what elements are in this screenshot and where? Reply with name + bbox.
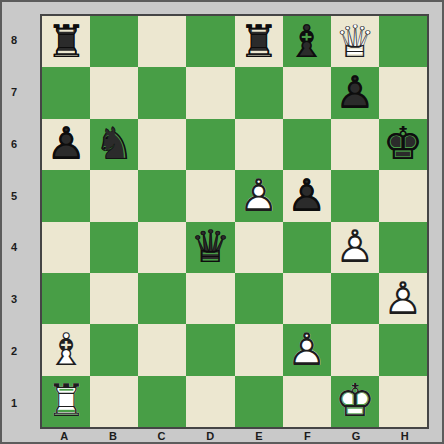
white-pawn-e5[interactable]: ♟♙ (235, 170, 283, 221)
file-label-e: E (235, 428, 284, 444)
piece-outline: ♙ (335, 70, 375, 115)
square-g7[interactable]: ♟♙ (331, 67, 379, 118)
black-pawn-g7[interactable]: ♟♙ (331, 67, 379, 118)
square-b2[interactable] (90, 324, 138, 375)
square-h5[interactable] (379, 170, 427, 221)
black-pawn-a6[interactable]: ♟♙ (42, 119, 90, 170)
square-c3[interactable] (138, 273, 186, 324)
square-b3[interactable] (90, 273, 138, 324)
rank-labels: 87654321 (2, 14, 40, 429)
square-a8[interactable]: ♜♖ (42, 16, 90, 67)
square-c8[interactable] (138, 16, 186, 67)
white-queen-g8[interactable]: ♛♕ (331, 16, 379, 67)
square-g4[interactable]: ♟♙ (331, 222, 379, 273)
rank-label-2: 2 (2, 325, 26, 377)
file-label-g: G (332, 428, 381, 444)
file-label-a: A (40, 428, 89, 444)
square-d1[interactable] (186, 376, 234, 427)
piece-outline: ♙ (238, 172, 278, 217)
piece-outline: ♕ (190, 224, 230, 269)
black-king-h6[interactable]: ♚♔ (379, 119, 427, 170)
square-a1[interactable]: ♜♖ (42, 376, 90, 427)
file-label-h: H (380, 428, 429, 444)
file-label-f: F (283, 428, 332, 444)
square-c6[interactable] (138, 119, 186, 170)
square-d3[interactable] (186, 273, 234, 324)
square-d7[interactable] (186, 67, 234, 118)
file-labels: ABCDEFGH (40, 428, 429, 444)
piece-outline: ♙ (287, 327, 327, 372)
piece-outline: ♙ (335, 224, 375, 269)
piece-outline: ♕ (335, 18, 375, 63)
chess-board-window: 87654321 ABCDEFGH ♜♖♜♖♝♗♛♕♟♙♟♙♞♘♚♔♟♙♟♙♛♕… (0, 0, 444, 444)
white-bishop-a2[interactable]: ♝♗ (42, 324, 90, 375)
square-d2[interactable] (186, 324, 234, 375)
white-pawn-f2[interactable]: ♟♙ (283, 324, 331, 375)
square-f5[interactable]: ♟♙ (283, 170, 331, 221)
square-e4[interactable] (235, 222, 283, 273)
piece-outline: ♘ (94, 121, 134, 166)
square-c2[interactable] (138, 324, 186, 375)
piece-outline: ♔ (383, 121, 423, 166)
piece-outline: ♖ (46, 18, 86, 63)
white-king-g1[interactable]: ♚♔ (331, 376, 379, 427)
square-a5[interactable] (42, 170, 90, 221)
square-e6[interactable] (235, 119, 283, 170)
square-h3[interactable]: ♟♙ (379, 273, 427, 324)
square-g1[interactable]: ♚♔ (331, 376, 379, 427)
square-h7[interactable] (379, 67, 427, 118)
square-g3[interactable] (331, 273, 379, 324)
square-b6[interactable]: ♞♘ (90, 119, 138, 170)
square-f4[interactable] (283, 222, 331, 273)
piece-outline: ♙ (46, 121, 86, 166)
piece-outline: ♖ (238, 18, 278, 63)
square-a7[interactable] (42, 67, 90, 118)
square-f7[interactable] (283, 67, 331, 118)
square-e7[interactable] (235, 67, 283, 118)
rank-label-1: 1 (2, 377, 26, 429)
square-f6[interactable] (283, 119, 331, 170)
piece-outline: ♗ (46, 327, 86, 372)
square-d8[interactable] (186, 16, 234, 67)
square-d4[interactable]: ♛♕ (186, 222, 234, 273)
rank-label-5: 5 (2, 170, 26, 222)
file-label-d: D (186, 428, 235, 444)
black-rook-e8[interactable]: ♜♖ (235, 16, 283, 67)
square-c5[interactable] (138, 170, 186, 221)
square-g5[interactable] (331, 170, 379, 221)
square-c7[interactable] (138, 67, 186, 118)
square-b4[interactable] (90, 222, 138, 273)
square-a3[interactable] (42, 273, 90, 324)
square-d5[interactable] (186, 170, 234, 221)
black-rook-a8[interactable]: ♜♖ (42, 16, 90, 67)
black-pawn-f5[interactable]: ♟♙ (283, 170, 331, 221)
square-b1[interactable] (90, 376, 138, 427)
black-queen-d4[interactable]: ♛♕ (186, 222, 234, 273)
square-b8[interactable] (90, 16, 138, 67)
rank-label-7: 7 (2, 66, 26, 118)
file-label-b: B (89, 428, 138, 444)
square-e8[interactable]: ♜♖ (235, 16, 283, 67)
square-f8[interactable]: ♝♗ (283, 16, 331, 67)
square-c4[interactable] (138, 222, 186, 273)
square-h8[interactable] (379, 16, 427, 67)
piece-outline: ♙ (383, 275, 423, 320)
square-e1[interactable] (235, 376, 283, 427)
square-e2[interactable] (235, 324, 283, 375)
piece-outline: ♖ (46, 378, 86, 423)
white-pawn-h3[interactable]: ♟♙ (379, 273, 427, 324)
piece-outline: ♗ (287, 18, 327, 63)
square-e5[interactable]: ♟♙ (235, 170, 283, 221)
piece-outline: ♙ (287, 172, 327, 217)
black-knight-b6[interactable]: ♞♘ (90, 119, 138, 170)
rank-label-3: 3 (2, 273, 26, 325)
square-c1[interactable] (138, 376, 186, 427)
square-h1[interactable] (379, 376, 427, 427)
file-label-c: C (137, 428, 186, 444)
square-d6[interactable] (186, 119, 234, 170)
square-f1[interactable] (283, 376, 331, 427)
piece-outline: ♔ (335, 378, 375, 423)
square-f2[interactable]: ♟♙ (283, 324, 331, 375)
square-g8[interactable]: ♛♕ (331, 16, 379, 67)
square-a6[interactable]: ♟♙ (42, 119, 90, 170)
square-a4[interactable] (42, 222, 90, 273)
square-e3[interactable] (235, 273, 283, 324)
white-pawn-g4[interactable]: ♟♙ (331, 222, 379, 273)
rank-label-4: 4 (2, 222, 26, 274)
square-b5[interactable] (90, 170, 138, 221)
white-rook-a1[interactable]: ♜♖ (42, 376, 90, 427)
square-h4[interactable] (379, 222, 427, 273)
square-h6[interactable]: ♚♔ (379, 119, 427, 170)
square-h2[interactable] (379, 324, 427, 375)
square-b7[interactable] (90, 67, 138, 118)
board: ♜♖♜♖♝♗♛♕♟♙♟♙♞♘♚♔♟♙♟♙♛♕♟♙♟♙♝♗♟♙♜♖♚♔ (40, 14, 429, 429)
square-g2[interactable] (331, 324, 379, 375)
square-g6[interactable] (331, 119, 379, 170)
rank-label-6: 6 (2, 118, 26, 170)
square-f3[interactable] (283, 273, 331, 324)
rank-label-8: 8 (2, 14, 26, 66)
black-bishop-f8[interactable]: ♝♗ (283, 16, 331, 67)
square-a2[interactable]: ♝♗ (42, 324, 90, 375)
